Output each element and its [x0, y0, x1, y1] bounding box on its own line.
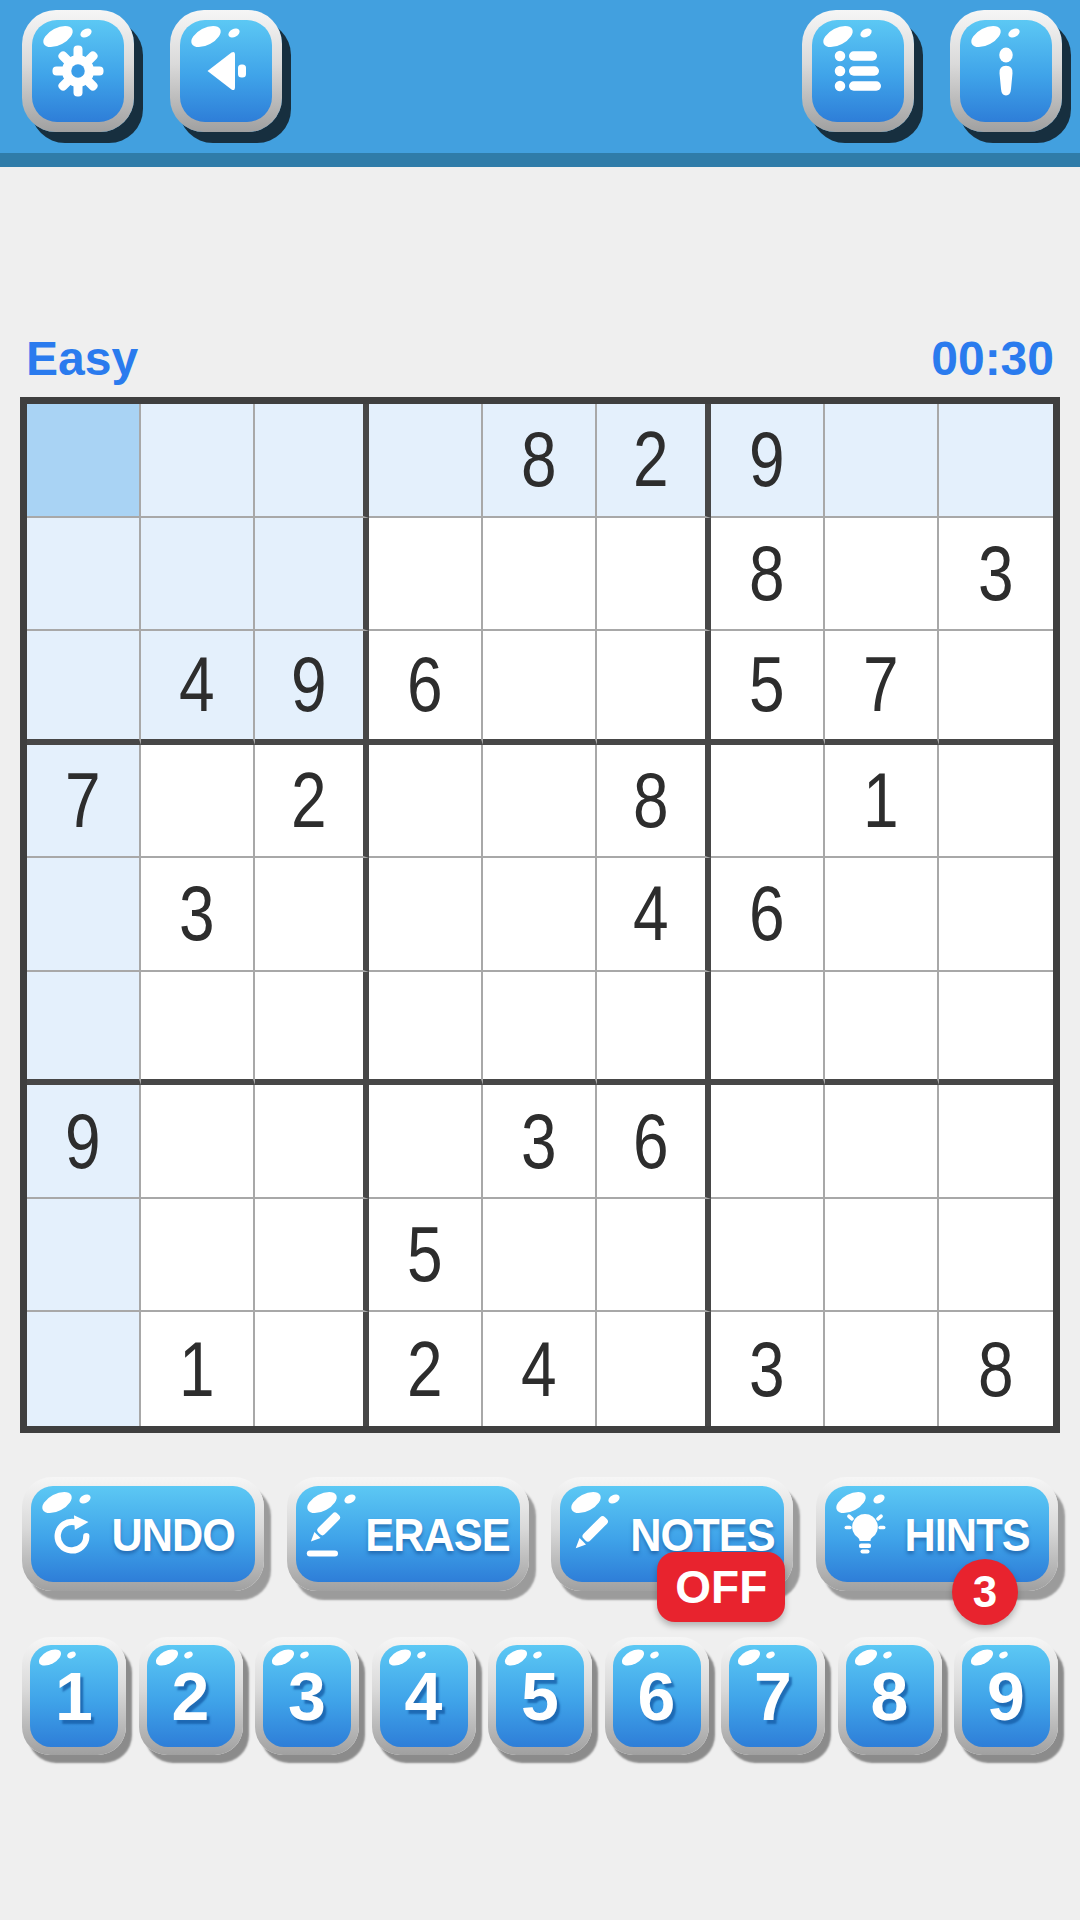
header-divider — [0, 153, 1080, 167]
cell-r8c6[interactable] — [597, 1199, 711, 1313]
hints-label: HINTS — [904, 1507, 1029, 1562]
cell-r9c1[interactable] — [27, 1312, 141, 1426]
digit-4-button[interactable]: 4 — [372, 1637, 476, 1755]
cell-r7c7[interactable] — [711, 1085, 825, 1199]
list-icon — [828, 41, 888, 101]
cell-r4c4[interactable] — [369, 745, 483, 859]
cell-r6c8[interactable] — [825, 972, 939, 1086]
cell-r7c2[interactable] — [141, 1085, 255, 1199]
cell-r1c2[interactable] — [141, 404, 255, 518]
difficulty-label: Easy — [26, 330, 138, 388]
undo-label: UNDO — [111, 1507, 235, 1562]
info-icon — [976, 41, 1036, 101]
sudoku-board: 82983496577281346936512438 — [20, 397, 1060, 1433]
notes-badge: OFF — [657, 1552, 785, 1622]
cell-r8c7[interactable] — [711, 1199, 825, 1313]
cell-r7c5[interactable]: 3 — [483, 1085, 597, 1199]
cell-r2c2[interactable] — [141, 518, 255, 632]
cell-r5c2[interactable]: 3 — [141, 858, 255, 972]
cell-r6c4[interactable] — [369, 972, 483, 1086]
hints-badge: 3 — [952, 1559, 1018, 1625]
cell-r6c6[interactable] — [597, 972, 711, 1086]
speaker-icon — [196, 41, 256, 101]
cell-r1c7[interactable]: 9 — [711, 404, 825, 518]
cell-r6c5[interactable] — [483, 972, 597, 1086]
cell-r4c2[interactable] — [141, 745, 255, 859]
notes-icon — [564, 1508, 616, 1560]
cell-r6c7[interactable] — [711, 972, 825, 1086]
cell-r2c6[interactable] — [597, 518, 711, 632]
number-pad: 123456789 — [0, 1637, 1080, 1755]
cell-r7c1[interactable]: 9 — [27, 1085, 141, 1199]
cell-r1c3[interactable] — [255, 404, 369, 518]
cell-r9c5[interactable]: 4 — [483, 1312, 597, 1426]
cell-r3c8[interactable]: 7 — [825, 631, 939, 745]
cell-r5c9[interactable] — [939, 858, 1053, 972]
cell-r1c9[interactable] — [939, 404, 1053, 518]
info-button[interactable] — [950, 10, 1062, 132]
cell-r4c5[interactable] — [483, 745, 597, 859]
cell-r5c1[interactable] — [27, 858, 141, 972]
cell-r7c8[interactable] — [825, 1085, 939, 1199]
cell-r2c1[interactable] — [27, 518, 141, 632]
cell-r9c9[interactable]: 8 — [939, 1312, 1053, 1426]
cell-r8c8[interactable] — [825, 1199, 939, 1313]
digit-5-button[interactable]: 5 — [488, 1637, 592, 1755]
cell-r6c2[interactable] — [141, 972, 255, 1086]
cell-r9c7[interactable]: 3 — [711, 1312, 825, 1426]
sound-button[interactable] — [170, 10, 282, 132]
cell-r5c4[interactable] — [369, 858, 483, 972]
digit-3-button[interactable]: 3 — [255, 1637, 359, 1755]
cell-r9c6[interactable] — [597, 1312, 711, 1426]
cell-r3c2[interactable]: 4 — [141, 631, 255, 745]
cell-r1c1[interactable] — [27, 404, 141, 518]
cell-r2c7[interactable]: 8 — [711, 518, 825, 632]
digit-6-button[interactable]: 6 — [605, 1637, 709, 1755]
cell-r3c4[interactable]: 6 — [369, 631, 483, 745]
cell-r7c4[interactable] — [369, 1085, 483, 1199]
cell-r9c2[interactable]: 1 — [141, 1312, 255, 1426]
top-bar — [0, 0, 1080, 153]
cell-r9c3[interactable] — [255, 1312, 369, 1426]
digit-8-button[interactable]: 8 — [838, 1637, 942, 1755]
hint-icon — [839, 1508, 891, 1560]
settings-button[interactable] — [22, 10, 134, 132]
cell-r5c5[interactable] — [483, 858, 597, 972]
notes-button[interactable]: NOTESOFF — [551, 1477, 793, 1591]
cell-r6c9[interactable] — [939, 972, 1053, 1086]
cell-r6c1[interactable] — [27, 972, 141, 1086]
action-toolbar: UNDOERASENOTESOFFHINTS3 — [0, 1477, 1080, 1591]
cell-r5c6[interactable]: 4 — [597, 858, 711, 972]
timer: 00:30 — [931, 330, 1054, 388]
menu-button[interactable] — [802, 10, 914, 132]
cell-r8c1[interactable] — [27, 1199, 141, 1313]
cell-r3c9[interactable] — [939, 631, 1053, 745]
cell-r3c6[interactable] — [597, 631, 711, 745]
cell-r7c9[interactable] — [939, 1085, 1053, 1199]
cell-r4c8[interactable]: 1 — [825, 745, 939, 859]
cell-r6c3[interactable] — [255, 972, 369, 1086]
cell-r2c4[interactable] — [369, 518, 483, 632]
status-bar: Easy 00:30 — [0, 330, 1080, 388]
digit-2-button[interactable]: 2 — [139, 1637, 243, 1755]
cell-r2c9[interactable]: 3 — [939, 518, 1053, 632]
cell-r2c5[interactable] — [483, 518, 597, 632]
cell-r7c6[interactable]: 6 — [597, 1085, 711, 1199]
cell-r8c3[interactable] — [255, 1199, 369, 1313]
cell-r3c7[interactable]: 5 — [711, 631, 825, 745]
erase-label: ERASE — [365, 1507, 509, 1562]
erase-button[interactable]: ERASE — [287, 1477, 529, 1591]
cell-r4c6[interactable]: 8 — [597, 745, 711, 859]
cell-r9c8[interactable] — [825, 1312, 939, 1426]
gear-icon — [48, 41, 108, 101]
digit-1-button[interactable]: 1 — [22, 1637, 126, 1755]
cell-r8c9[interactable] — [939, 1199, 1053, 1313]
cell-r1c5[interactable]: 8 — [483, 404, 597, 518]
cell-r3c5[interactable] — [483, 631, 597, 745]
cell-r4c9[interactable] — [939, 745, 1053, 859]
cell-r5c8[interactable] — [825, 858, 939, 972]
cell-r4c7[interactable] — [711, 745, 825, 859]
cell-r4c1[interactable]: 7 — [27, 745, 141, 859]
cell-r8c2[interactable] — [141, 1199, 255, 1313]
undo-icon — [46, 1508, 98, 1560]
cell-r8c5[interactable] — [483, 1199, 597, 1313]
undo-button[interactable]: UNDO — [22, 1477, 264, 1591]
cell-r1c4[interactable] — [369, 404, 483, 518]
cell-r9c4[interactable]: 2 — [369, 1312, 483, 1426]
cell-r8c4[interactable]: 5 — [369, 1199, 483, 1313]
cell-r5c3[interactable] — [255, 858, 369, 972]
cell-r1c6[interactable]: 2 — [597, 404, 711, 518]
erase-icon — [299, 1508, 351, 1560]
digit-9-button[interactable]: 9 — [954, 1637, 1058, 1755]
cell-r5c7[interactable]: 6 — [711, 858, 825, 972]
cell-r7c3[interactable] — [255, 1085, 369, 1199]
cell-r1c8[interactable] — [825, 404, 939, 518]
digit-7-button[interactable]: 7 — [721, 1637, 825, 1755]
cell-r2c8[interactable] — [825, 518, 939, 632]
cell-r2c3[interactable] — [255, 518, 369, 632]
cell-r4c3[interactable]: 2 — [255, 745, 369, 859]
cell-r3c1[interactable] — [27, 631, 141, 745]
hints-button[interactable]: HINTS3 — [816, 1477, 1058, 1591]
cell-r3c3[interactable]: 9 — [255, 631, 369, 745]
